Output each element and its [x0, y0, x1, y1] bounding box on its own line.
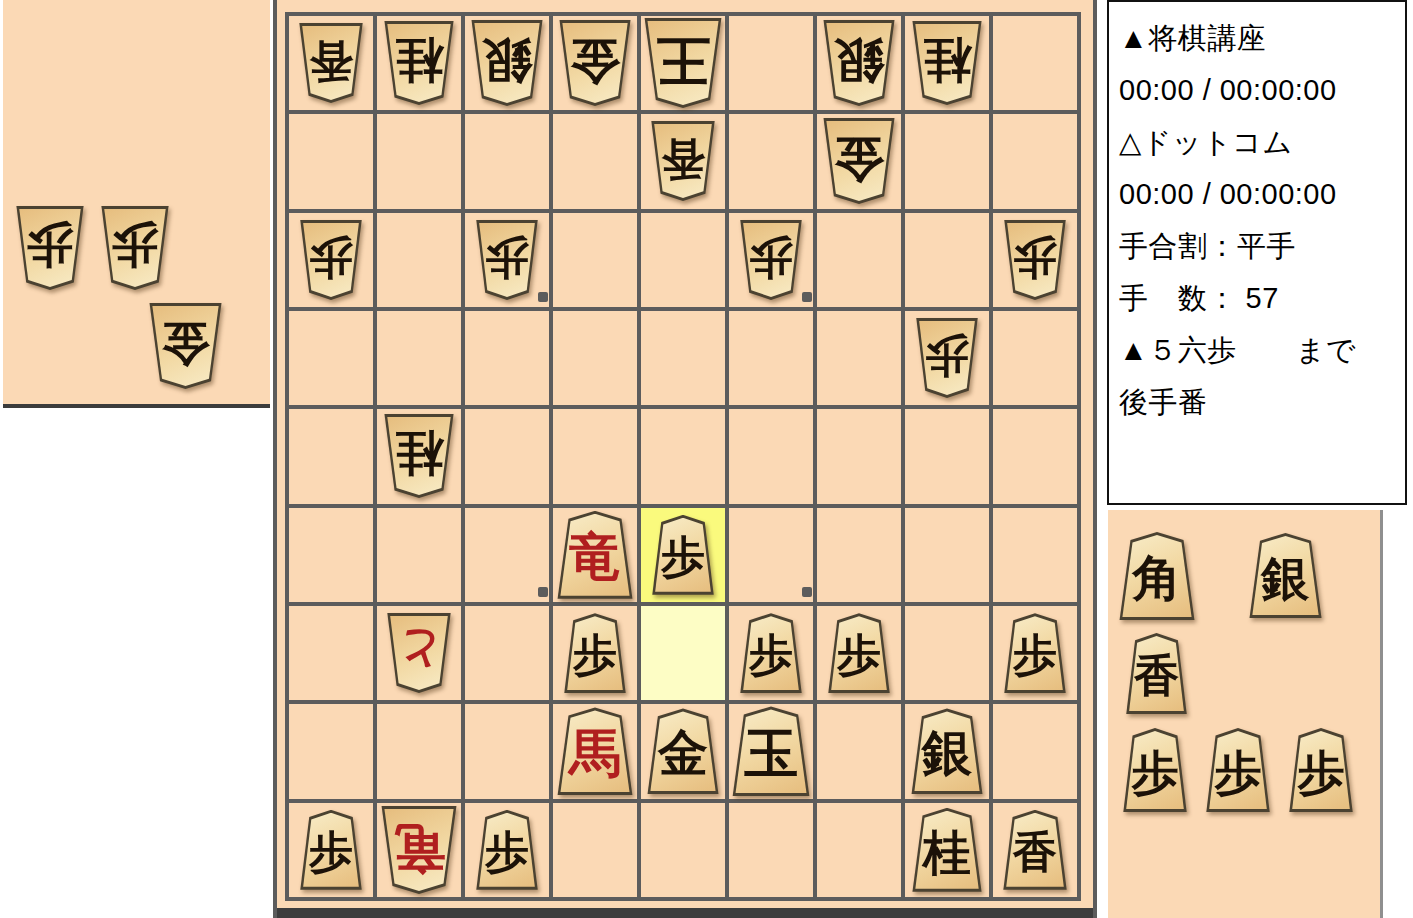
piece-gote-silver[interactable]: 銀 — [822, 20, 896, 106]
piece-body: 銀 — [910, 708, 984, 794]
piece-body: 歩 — [299, 810, 363, 890]
info-line-4: 00:00 / 00:00:00 — [1119, 168, 1395, 220]
piece-kanji: 歩 — [1298, 749, 1345, 796]
square-2g[interactable] — [905, 606, 989, 700]
piece-face: 桂 — [386, 24, 452, 102]
piece-body: 歩 — [1205, 728, 1271, 812]
square-9e[interactable] — [289, 409, 373, 503]
square-9i[interactable]: 歩 — [289, 803, 373, 897]
piece-face: 金 — [649, 711, 717, 791]
piece-kanji: 桂 — [923, 37, 971, 85]
square-6d[interactable] — [553, 311, 637, 405]
piece-gote-knight[interactable]: 桂 — [383, 414, 455, 498]
piece-face: 歩 — [478, 223, 536, 297]
piece-body: 香 — [1125, 633, 1188, 714]
piece-sente-lance[interactable]: 香 — [1002, 810, 1068, 890]
piece-sente-pawn[interactable]: 歩 — [475, 810, 539, 890]
piece-face: 金 — [151, 306, 220, 386]
game-info-panel: ▲将棋講座00:00 / 00:00:00△ドットコム00:00 / 00:00… — [1107, 0, 1407, 505]
square-8d[interactable] — [377, 311, 461, 405]
info-line-5: 手合割：平手 — [1119, 220, 1395, 272]
piece-sente-pawn[interactable]: 歩 — [1122, 728, 1188, 812]
piece-face: 歩 — [478, 813, 536, 887]
piece-face: 歩 — [742, 223, 800, 297]
square-3h[interactable] — [817, 704, 901, 798]
piece-gote-pawn[interactable]: 歩 — [1003, 220, 1067, 300]
piece-kanji: 銀 — [922, 728, 972, 778]
piece-sente-dragon[interactable]: 竜 — [556, 511, 634, 599]
shogi-app: 歩歩金 香桂銀金王銀桂香金歩歩歩歩歩桂竜歩と歩歩歩歩馬金玉銀歩竜歩桂香 ▲将棋講… — [0, 0, 1413, 918]
square-2e[interactable] — [905, 409, 989, 503]
square-4g[interactable]: 歩 — [729, 606, 813, 700]
piece-sente-silver[interactable]: 銀 — [910, 708, 984, 794]
piece-gote-silver[interactable]: 銀 — [470, 20, 544, 106]
square-3b[interactable]: 金 — [817, 114, 901, 208]
piece-sente-gold[interactable]: 金 — [646, 708, 720, 794]
piece-gote-gold[interactable]: 金 — [558, 20, 632, 106]
piece-kanji: 桂 — [395, 430, 443, 478]
piece-face: 歩 — [18, 209, 82, 287]
piece-face: 歩 — [1208, 731, 1268, 809]
piece-face: 歩 — [566, 616, 624, 690]
square-7d[interactable] — [465, 311, 549, 405]
piece-sente-lance[interactable]: 香 — [1125, 633, 1188, 714]
square-5e[interactable] — [641, 409, 725, 503]
square-6a[interactable]: 金 — [553, 16, 637, 110]
piece-body: 桂 — [383, 21, 455, 105]
info-line-6: 手 数： 57 — [1119, 272, 1395, 324]
piece-gote-king[interactable]: 王 — [643, 18, 723, 108]
square-8g[interactable]: と — [377, 606, 461, 700]
piece-gote-pawn[interactable]: 歩 — [299, 220, 363, 300]
square-4e[interactable] — [729, 409, 813, 503]
piece-body: 王 — [643, 18, 723, 108]
piece-kanji: 歩 — [661, 535, 705, 579]
piece-sente-king[interactable]: 玉 — [731, 706, 811, 796]
piece-face: 角 — [1121, 535, 1193, 617]
piece-gote-pawn[interactable]: 歩 — [15, 206, 85, 290]
piece-face: 歩 — [1006, 223, 1064, 297]
square-2c[interactable] — [905, 213, 989, 307]
piece-body: 歩 — [651, 515, 715, 595]
square-6f[interactable]: 竜 — [553, 508, 637, 602]
square-6g[interactable]: 歩 — [553, 606, 637, 700]
piece-kanji: 金 — [570, 36, 620, 86]
square-6b[interactable] — [553, 114, 637, 208]
square-4d[interactable] — [729, 311, 813, 405]
square-1i[interactable]: 香 — [993, 803, 1077, 897]
piece-body: 金 — [148, 303, 223, 389]
piece-gote-pawn[interactable]: 歩 — [100, 206, 170, 290]
piece-body: 歩 — [827, 613, 891, 693]
hoshi-dot — [802, 292, 812, 302]
piece-body: 金 — [822, 118, 896, 204]
square-3a[interactable]: 銀 — [817, 16, 901, 110]
piece-body: 玉 — [731, 706, 811, 796]
piece-kanji: 玉 — [744, 726, 798, 780]
piece-face: 香 — [1005, 813, 1065, 887]
piece-kanji: 角 — [1133, 554, 1182, 603]
piece-face: 歩 — [1006, 616, 1064, 690]
piece-body: 桂 — [383, 414, 455, 498]
piece-body: 歩 — [475, 220, 539, 300]
square-5g[interactable] — [641, 606, 725, 700]
piece-kanji: 竜 — [393, 822, 445, 874]
piece-kanji: 香 — [1013, 830, 1057, 874]
piece-face: 歩 — [1125, 731, 1185, 809]
piece-sente-pawn[interactable]: 歩 — [1288, 728, 1354, 812]
square-9d[interactable] — [289, 311, 373, 405]
piece-gote-lance[interactable]: 香 — [298, 23, 364, 103]
piece-body: 歩 — [1003, 613, 1067, 693]
piece-body: 桂 — [911, 21, 983, 105]
piece-face: 銀 — [473, 23, 541, 103]
piece-face: 歩 — [1291, 731, 1351, 809]
piece-body: 歩 — [299, 220, 363, 300]
piece-body: 桂 — [911, 808, 983, 892]
sente-hand-tray: 角銀香歩歩歩 — [1108, 510, 1383, 918]
piece-sente-bishop[interactable]: 角 — [1118, 532, 1196, 620]
piece-gote-knight[interactable]: 桂 — [911, 21, 983, 105]
piece-kanji: 香 — [1134, 653, 1179, 698]
piece-body: 香 — [650, 121, 716, 201]
square-8c[interactable] — [377, 213, 461, 307]
piece-body: 歩 — [15, 206, 85, 290]
square-6h[interactable]: 馬 — [553, 704, 637, 798]
piece-gote-knight[interactable]: 桂 — [383, 21, 455, 105]
square-7h[interactable] — [465, 704, 549, 798]
square-1f[interactable] — [993, 508, 1077, 602]
info-line-8: 後手番 — [1119, 376, 1395, 428]
piece-body: 歩 — [563, 613, 627, 693]
piece-face: 歩 — [830, 616, 888, 690]
square-8a[interactable]: 桂 — [377, 16, 461, 110]
piece-sente-knight[interactable]: 桂 — [911, 808, 983, 892]
square-4a[interactable] — [729, 16, 813, 110]
square-6i[interactable] — [553, 803, 637, 897]
info-line-2: 00:00 / 00:00:00 — [1119, 64, 1395, 116]
piece-kanji: 銀 — [482, 36, 532, 86]
piece-gote-gold[interactable]: 金 — [148, 303, 223, 389]
square-6c[interactable] — [553, 213, 637, 307]
square-3c[interactable] — [817, 213, 901, 307]
piece-kanji: 歩 — [485, 830, 529, 874]
piece-sente-silver[interactable]: 銀 — [1248, 533, 1323, 618]
piece-face: 銀 — [913, 711, 981, 791]
piece-body: 角 — [1118, 532, 1196, 620]
piece-kanji: 金 — [162, 320, 210, 368]
piece-kanji: 歩 — [749, 236, 793, 280]
piece-body: 歩 — [739, 220, 803, 300]
square-2i[interactable]: 桂 — [905, 803, 989, 897]
piece-kanji: 歩 — [837, 633, 881, 677]
square-2h[interactable]: 銀 — [905, 704, 989, 798]
square-8b[interactable] — [377, 114, 461, 208]
hoshi-dot — [802, 587, 812, 597]
piece-body: 銀 — [822, 20, 896, 106]
piece-face: 歩 — [918, 321, 976, 395]
square-8i[interactable]: 竜 — [377, 803, 461, 897]
piece-kanji: 歩 — [749, 633, 793, 677]
piece-gote-tokin[interactable]: と — [386, 613, 452, 693]
piece-face: 香 — [301, 26, 361, 100]
piece-kanji: と — [396, 629, 441, 673]
piece-kanji: 歩 — [27, 223, 74, 270]
piece-kanji: 金 — [834, 134, 884, 184]
piece-body: 竜 — [556, 511, 634, 599]
piece-kanji: 歩 — [1013, 633, 1057, 677]
piece-kanji: 王 — [656, 34, 710, 88]
piece-kanji: 歩 — [1132, 749, 1179, 796]
square-7a[interactable]: 銀 — [465, 16, 549, 110]
piece-face: 銀 — [1251, 536, 1320, 615]
square-5i[interactable] — [641, 803, 725, 897]
piece-kanji: 桂 — [395, 37, 443, 85]
piece-kanji: 歩 — [925, 334, 969, 378]
square-5c[interactable] — [641, 213, 725, 307]
square-4c[interactable]: 歩 — [729, 213, 813, 307]
square-8h[interactable] — [377, 704, 461, 798]
square-9h[interactable] — [289, 704, 373, 798]
info-line-1: ▲将棋講座 — [1119, 12, 1395, 64]
piece-sente-pawn[interactable]: 歩 — [739, 613, 803, 693]
square-2f[interactable] — [905, 508, 989, 602]
piece-face: 歩 — [742, 616, 800, 690]
piece-sente-pawn[interactable]: 歩 — [563, 613, 627, 693]
piece-gote-pawn[interactable]: 歩 — [915, 318, 979, 398]
piece-kanji: 香 — [309, 39, 353, 83]
piece-gote-gold[interactable]: 金 — [822, 118, 896, 204]
square-2d[interactable]: 歩 — [905, 311, 989, 405]
piece-face: 香 — [653, 124, 713, 198]
piece-body: 歩 — [915, 318, 979, 398]
piece-kanji: 歩 — [1215, 749, 1262, 796]
square-9b[interactable] — [289, 114, 373, 208]
piece-kanji: 馬 — [569, 727, 621, 779]
piece-face: 金 — [561, 23, 629, 103]
piece-sente-pawn[interactable]: 歩 — [1003, 613, 1067, 693]
piece-face: 馬 — [559, 710, 631, 792]
piece-face: 歩 — [302, 813, 360, 887]
piece-face: 歩 — [103, 209, 167, 287]
piece-kanji: 歩 — [309, 830, 353, 874]
piece-kanji: 銀 — [834, 36, 884, 86]
piece-sente-pawn[interactable]: 歩 — [827, 613, 891, 693]
square-2a[interactable]: 桂 — [905, 16, 989, 110]
square-4f[interactable] — [729, 508, 813, 602]
piece-kanji: 歩 — [1013, 236, 1057, 280]
piece-face: 桂 — [386, 417, 452, 495]
piece-face: 金 — [825, 121, 893, 201]
square-5h[interactable]: 金 — [641, 704, 725, 798]
square-6e[interactable] — [553, 409, 637, 503]
info-line-7: ▲５六歩 まで — [1119, 324, 1395, 376]
square-5a[interactable]: 王 — [641, 16, 725, 110]
piece-face: 竜 — [559, 514, 631, 596]
piece-gote-dragon[interactable]: 竜 — [380, 806, 458, 894]
piece-kanji: 歩 — [309, 236, 353, 280]
square-9a[interactable]: 香 — [289, 16, 373, 110]
piece-body: 香 — [298, 23, 364, 103]
square-3e[interactable] — [817, 409, 901, 503]
piece-kanji: 竜 — [569, 531, 621, 583]
square-4h[interactable]: 玉 — [729, 704, 813, 798]
piece-face: 玉 — [734, 709, 808, 793]
piece-face: 桂 — [914, 811, 980, 889]
square-5b[interactable]: 香 — [641, 114, 725, 208]
hoshi-dot — [538, 587, 548, 597]
piece-kanji: 歩 — [573, 633, 617, 677]
piece-body: 歩 — [100, 206, 170, 290]
piece-gote-pawn[interactable]: 歩 — [475, 220, 539, 300]
square-9f[interactable] — [289, 508, 373, 602]
piece-face: 竜 — [383, 809, 455, 891]
piece-body: 銀 — [1248, 533, 1323, 618]
board-bottom-bar — [277, 908, 1093, 918]
square-7f[interactable] — [465, 508, 549, 602]
piece-face: 桂 — [914, 24, 980, 102]
square-3g[interactable]: 歩 — [817, 606, 901, 700]
square-3f[interactable] — [817, 508, 901, 602]
piece-kanji: 歩 — [112, 223, 159, 270]
square-7c[interactable]: 歩 — [465, 213, 549, 307]
square-8f[interactable] — [377, 508, 461, 602]
piece-kanji: 銀 — [1262, 554, 1310, 602]
piece-sente-horse[interactable]: 馬 — [556, 707, 634, 795]
square-3i[interactable] — [817, 803, 901, 897]
piece-face: と — [389, 616, 449, 690]
piece-face: 歩 — [302, 223, 360, 297]
hoshi-dot — [538, 292, 548, 302]
square-2b[interactable] — [905, 114, 989, 208]
piece-body: 香 — [1002, 810, 1068, 890]
piece-face: 王 — [646, 21, 720, 105]
piece-gote-lance[interactable]: 香 — [650, 121, 716, 201]
piece-sente-pawn[interactable]: 歩 — [1205, 728, 1271, 812]
square-9c[interactable]: 歩 — [289, 213, 373, 307]
shogi-board: 香桂銀金王銀桂香金歩歩歩歩歩桂竜歩と歩歩歩歩馬金玉銀歩竜歩桂香 — [273, 0, 1097, 918]
square-5d[interactable] — [641, 311, 725, 405]
piece-body: 金 — [646, 708, 720, 794]
square-9g[interactable] — [289, 606, 373, 700]
piece-face: 香 — [1128, 636, 1185, 711]
piece-body: 銀 — [470, 20, 544, 106]
piece-body: 歩 — [1003, 220, 1067, 300]
piece-body: と — [386, 613, 452, 693]
piece-gote-pawn[interactable]: 歩 — [739, 220, 803, 300]
info-line-3: △ドットコム — [1119, 116, 1395, 168]
piece-body: 歩 — [739, 613, 803, 693]
piece-sente-pawn[interactable]: 歩 — [299, 810, 363, 890]
square-3d[interactable] — [817, 311, 901, 405]
square-7b[interactable] — [465, 114, 549, 208]
piece-kanji: 桂 — [923, 828, 971, 876]
piece-body: 馬 — [556, 707, 634, 795]
square-1a[interactable] — [993, 16, 1077, 110]
square-7i[interactable]: 歩 — [465, 803, 549, 897]
piece-face: 歩 — [654, 518, 712, 592]
square-8e[interactable]: 桂 — [377, 409, 461, 503]
square-4i[interactable] — [729, 803, 813, 897]
square-4b[interactable] — [729, 114, 813, 208]
square-1e[interactable] — [993, 409, 1077, 503]
piece-face: 銀 — [825, 23, 893, 103]
piece-body: 歩 — [475, 810, 539, 890]
piece-kanji: 香 — [661, 137, 705, 181]
piece-kanji: 金 — [658, 728, 708, 778]
square-1h[interactable] — [993, 704, 1077, 798]
square-7e[interactable] — [465, 409, 549, 503]
piece-kanji: 歩 — [485, 236, 529, 280]
square-7g[interactable] — [465, 606, 549, 700]
piece-sente-pawn[interactable]: 歩 — [651, 515, 715, 595]
piece-body: 金 — [558, 20, 632, 106]
square-1d[interactable] — [993, 311, 1077, 405]
gote-hand-tray: 歩歩金 — [3, 0, 270, 408]
square-1c[interactable]: 歩 — [993, 213, 1077, 307]
square-1b[interactable] — [993, 114, 1077, 208]
piece-body: 竜 — [380, 806, 458, 894]
square-1g[interactable]: 歩 — [993, 606, 1077, 700]
piece-body: 歩 — [1288, 728, 1354, 812]
board-grid: 香桂銀金王銀桂香金歩歩歩歩歩桂竜歩と歩歩歩歩馬金玉銀歩竜歩桂香 — [285, 12, 1081, 901]
square-5f[interactable]: 歩 — [641, 508, 725, 602]
piece-body: 歩 — [1122, 728, 1188, 812]
